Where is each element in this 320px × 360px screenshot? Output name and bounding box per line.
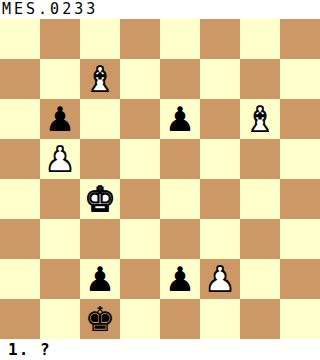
chess-board: ♝♟♟♝♟♚♟♟♟♚ [0,19,320,339]
square-h6[interactable] [280,99,320,139]
square-d2[interactable] [120,259,160,299]
square-a6[interactable] [0,99,40,139]
square-h2[interactable] [280,259,320,299]
square-g1[interactable] [240,299,280,339]
square-c1[interactable]: ♚ [80,299,120,339]
black-pawn-piece[interactable]: ♟ [165,259,195,299]
problem-id-label: MES.0233 [0,0,320,19]
square-c2[interactable]: ♟ [80,259,120,299]
square-c6[interactable] [80,99,120,139]
square-f2[interactable]: ♟ [200,259,240,299]
square-a8[interactable] [0,19,40,59]
black-king-piece[interactable]: ♚ [85,299,115,339]
white-pawn-piece[interactable]: ♟ [205,259,235,299]
square-e7[interactable] [160,59,200,99]
square-f3[interactable] [200,219,240,259]
square-g4[interactable] [240,179,280,219]
square-e4[interactable] [160,179,200,219]
square-h3[interactable] [280,219,320,259]
black-pawn-piece[interactable]: ♟ [85,259,115,299]
square-a5[interactable] [0,139,40,179]
chess-problem-window: MES.0233 ♝♟♟♝♟♚♟♟♟♚ 1. ? [0,0,320,360]
square-d8[interactable] [120,19,160,59]
square-b6[interactable]: ♟ [40,99,80,139]
move-prompt: 1. ? [0,339,320,360]
square-d1[interactable] [120,299,160,339]
white-pawn-piece[interactable]: ♟ [45,139,75,179]
square-g2[interactable] [240,259,280,299]
square-h7[interactable] [280,59,320,99]
square-h4[interactable] [280,179,320,219]
square-h8[interactable] [280,19,320,59]
square-b5[interactable]: ♟ [40,139,80,179]
square-c5[interactable] [80,139,120,179]
square-g7[interactable] [240,59,280,99]
square-d4[interactable] [120,179,160,219]
square-c3[interactable] [80,219,120,259]
square-d6[interactable] [120,99,160,139]
square-c8[interactable] [80,19,120,59]
square-f4[interactable] [200,179,240,219]
square-a7[interactable] [0,59,40,99]
square-g5[interactable] [240,139,280,179]
square-c4[interactable]: ♚ [80,179,120,219]
white-bishop-piece[interactable]: ♝ [245,99,275,139]
black-pawn-piece[interactable]: ♟ [165,99,195,139]
white-king-piece[interactable]: ♚ [85,179,115,219]
square-d7[interactable] [120,59,160,99]
square-b4[interactable] [40,179,80,219]
square-f7[interactable] [200,59,240,99]
square-f6[interactable] [200,99,240,139]
square-b3[interactable] [40,219,80,259]
square-a4[interactable] [0,179,40,219]
square-b8[interactable] [40,19,80,59]
square-b1[interactable] [40,299,80,339]
square-e2[interactable]: ♟ [160,259,200,299]
square-f8[interactable] [200,19,240,59]
square-g8[interactable] [240,19,280,59]
square-b2[interactable] [40,259,80,299]
square-e6[interactable]: ♟ [160,99,200,139]
square-g3[interactable] [240,219,280,259]
square-d5[interactable] [120,139,160,179]
square-h1[interactable] [280,299,320,339]
square-f1[interactable] [200,299,240,339]
white-bishop-piece[interactable]: ♝ [85,59,115,99]
square-b7[interactable] [40,59,80,99]
square-a2[interactable] [0,259,40,299]
square-e1[interactable] [160,299,200,339]
square-g6[interactable]: ♝ [240,99,280,139]
square-e3[interactable] [160,219,200,259]
square-d3[interactable] [120,219,160,259]
square-a1[interactable] [0,299,40,339]
black-pawn-piece[interactable]: ♟ [45,99,75,139]
square-c7[interactable]: ♝ [80,59,120,99]
square-h5[interactable] [280,139,320,179]
square-f5[interactable] [200,139,240,179]
square-a3[interactable] [0,219,40,259]
square-e8[interactable] [160,19,200,59]
square-e5[interactable] [160,139,200,179]
